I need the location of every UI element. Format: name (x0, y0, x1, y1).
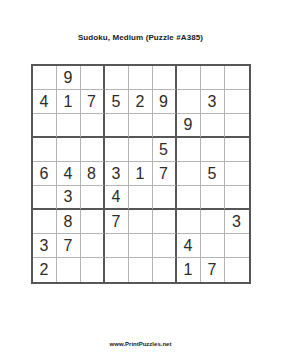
cell-r1c2[interactable]: 9 (57, 66, 81, 90)
cell-r6c2[interactable]: 3 (57, 186, 81, 210)
cell-r3c8[interactable] (201, 114, 225, 138)
cell-r2c5[interactable]: 2 (129, 90, 153, 114)
cell-r1c1[interactable] (33, 66, 57, 90)
cell-r1c5[interactable] (129, 66, 153, 90)
cell-r2c1[interactable]: 4 (33, 90, 57, 114)
cell-r1c4[interactable] (105, 66, 129, 90)
cell-r6c7[interactable] (177, 186, 201, 210)
cell-r8c7[interactable]: 4 (177, 234, 201, 258)
cell-r7c8[interactable] (201, 210, 225, 234)
cell-r5c5[interactable]: 1 (129, 162, 153, 186)
sudoku-board: 9417529395648317534873374217 (31, 64, 251, 284)
cell-r9c8[interactable]: 7 (201, 258, 225, 282)
cell-r6c6[interactable] (153, 186, 177, 210)
footer-url: www.PrintPuzzles.net (0, 341, 281, 347)
cell-r5c4[interactable]: 3 (105, 162, 129, 186)
cell-r9c9[interactable] (225, 258, 249, 282)
cell-r3c4[interactable] (105, 114, 129, 138)
cell-r5c8[interactable]: 5 (201, 162, 225, 186)
cell-r9c6[interactable] (153, 258, 177, 282)
cell-r7c2[interactable]: 8 (57, 210, 81, 234)
cell-r4c9[interactable] (225, 138, 249, 162)
cell-r6c3[interactable] (81, 186, 105, 210)
cell-r2c4[interactable]: 5 (105, 90, 129, 114)
cell-r4c4[interactable] (105, 138, 129, 162)
cell-r2c9[interactable] (225, 90, 249, 114)
cell-r9c5[interactable] (129, 258, 153, 282)
cell-r4c7[interactable] (177, 138, 201, 162)
cell-r5c7[interactable] (177, 162, 201, 186)
cell-r8c2[interactable]: 7 (57, 234, 81, 258)
cell-r7c6[interactable] (153, 210, 177, 234)
cell-r5c3[interactable]: 8 (81, 162, 105, 186)
cell-r9c4[interactable] (105, 258, 129, 282)
cell-r5c6[interactable]: 7 (153, 162, 177, 186)
cell-r4c5[interactable] (129, 138, 153, 162)
cell-r9c3[interactable] (81, 258, 105, 282)
cell-r2c7[interactable] (177, 90, 201, 114)
cell-r5c2[interactable]: 4 (57, 162, 81, 186)
cell-r1c9[interactable] (225, 66, 249, 90)
cell-r5c1[interactable]: 6 (33, 162, 57, 186)
cell-r4c2[interactable] (57, 138, 81, 162)
cell-r2c8[interactable]: 3 (201, 90, 225, 114)
cell-r3c2[interactable] (57, 114, 81, 138)
cell-r9c7[interactable]: 1 (177, 258, 201, 282)
cell-r2c6[interactable]: 9 (153, 90, 177, 114)
cell-r4c3[interactable] (81, 138, 105, 162)
cell-r4c8[interactable] (201, 138, 225, 162)
sudoku-board-container: 9417529395648317534873374217 (0, 64, 281, 284)
cell-r3c1[interactable] (33, 114, 57, 138)
cell-r2c3[interactable]: 7 (81, 90, 105, 114)
cell-r3c5[interactable] (129, 114, 153, 138)
cell-r3c7[interactable]: 9 (177, 114, 201, 138)
cell-r7c5[interactable] (129, 210, 153, 234)
cell-r1c8[interactable] (201, 66, 225, 90)
cell-r6c9[interactable] (225, 186, 249, 210)
cell-r6c4[interactable]: 4 (105, 186, 129, 210)
cell-r6c1[interactable] (33, 186, 57, 210)
cell-r8c9[interactable] (225, 234, 249, 258)
cell-r8c6[interactable] (153, 234, 177, 258)
page-title: Sudoku, Medium (Puzzle #A385) (0, 0, 281, 42)
cell-r1c3[interactable] (81, 66, 105, 90)
cell-r2c2[interactable]: 1 (57, 90, 81, 114)
cell-r7c9[interactable]: 3 (225, 210, 249, 234)
cell-r8c1[interactable]: 3 (33, 234, 57, 258)
cell-r8c5[interactable] (129, 234, 153, 258)
cell-r8c3[interactable] (81, 234, 105, 258)
cell-r9c2[interactable] (57, 258, 81, 282)
cell-r7c4[interactable]: 7 (105, 210, 129, 234)
cell-r3c9[interactable] (225, 114, 249, 138)
cell-r7c1[interactable] (33, 210, 57, 234)
cell-r3c3[interactable] (81, 114, 105, 138)
cell-r7c3[interactable] (81, 210, 105, 234)
cell-r4c6[interactable]: 5 (153, 138, 177, 162)
cell-r6c8[interactable] (201, 186, 225, 210)
cell-r6c5[interactable] (129, 186, 153, 210)
cell-r3c6[interactable] (153, 114, 177, 138)
cell-r5c9[interactable] (225, 162, 249, 186)
cell-r1c6[interactable] (153, 66, 177, 90)
cell-r7c7[interactable] (177, 210, 201, 234)
cell-r4c1[interactable] (33, 138, 57, 162)
cell-r8c4[interactable] (105, 234, 129, 258)
cell-r1c7[interactable] (177, 66, 201, 90)
cell-r8c8[interactable] (201, 234, 225, 258)
cell-r9c1[interactable]: 2 (33, 258, 57, 282)
